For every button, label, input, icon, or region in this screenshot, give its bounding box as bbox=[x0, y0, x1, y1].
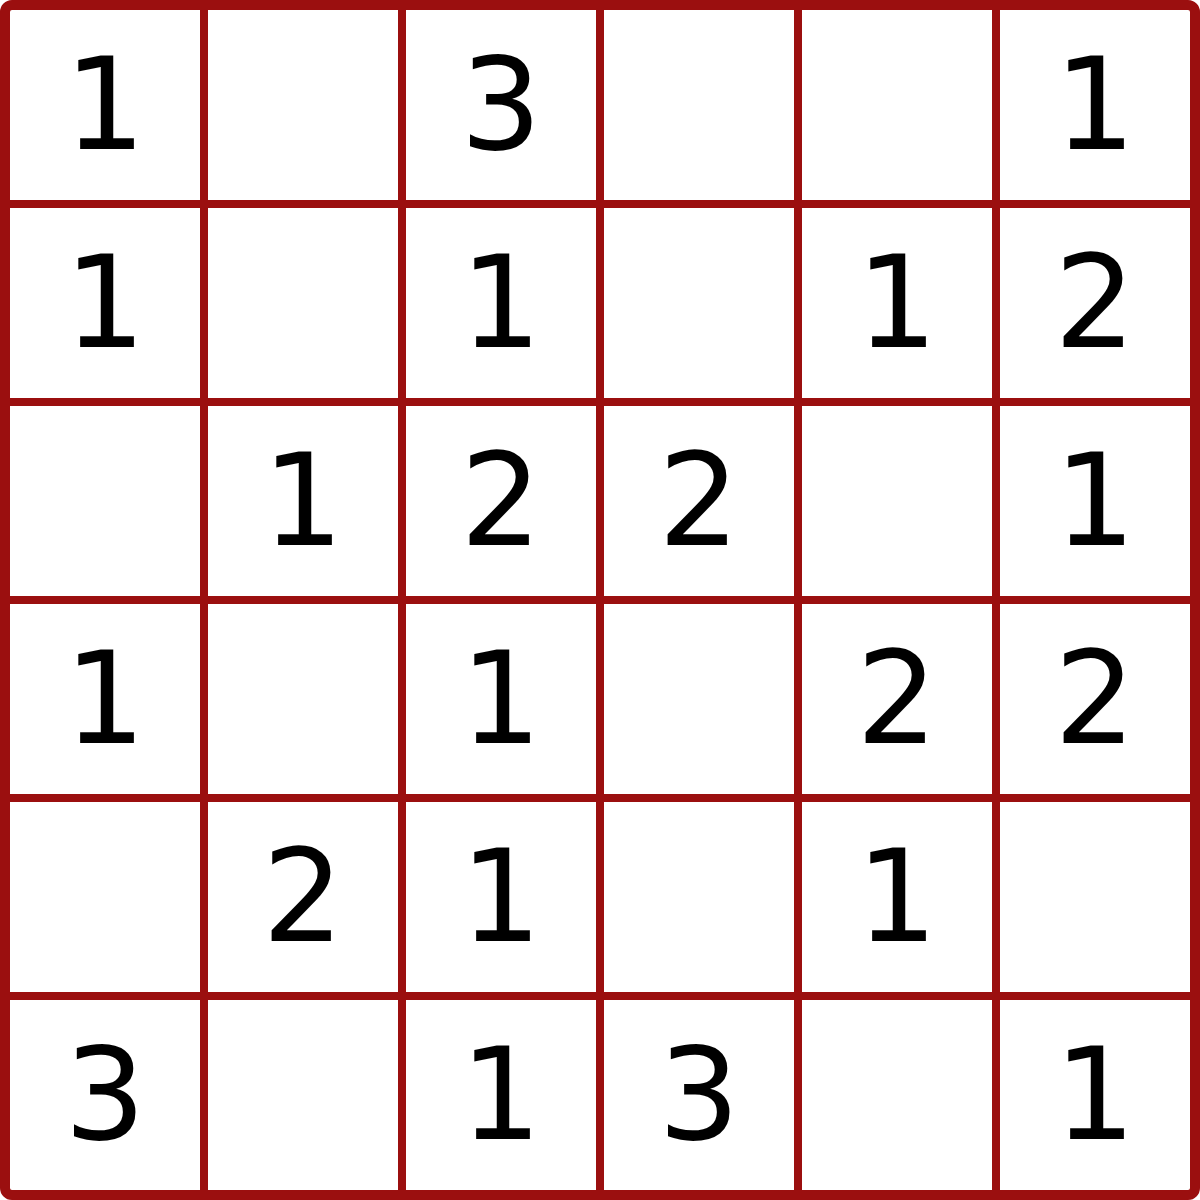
clue-number: 3 bbox=[460, 41, 541, 169]
grid-cell-r6c2[interactable] bbox=[208, 1000, 398, 1190]
clue-number: 1 bbox=[64, 635, 145, 763]
clue-number: 1 bbox=[856, 833, 937, 961]
grid-cell-r3c6[interactable]: 1 bbox=[1000, 406, 1190, 596]
clue-number: 2 bbox=[460, 437, 541, 565]
grid-cell-r5c2[interactable]: 2 bbox=[208, 802, 398, 992]
grid-cell-r1c2[interactable] bbox=[208, 10, 398, 200]
grid-cell-r6c4[interactable]: 3 bbox=[604, 1000, 794, 1190]
grid-cell-r6c1[interactable]: 3 bbox=[10, 1000, 200, 1190]
clue-number: 1 bbox=[64, 239, 145, 367]
grid-cell-r3c1[interactable] bbox=[10, 406, 200, 596]
grid-cell-r2c1[interactable]: 1 bbox=[10, 208, 200, 398]
grid-cell-r4c3[interactable]: 1 bbox=[406, 604, 596, 794]
grid-cell-r1c4[interactable] bbox=[604, 10, 794, 200]
clue-number: 1 bbox=[460, 1031, 541, 1159]
clue-number: 2 bbox=[658, 437, 739, 565]
grid-cell-r2c6[interactable]: 2 bbox=[1000, 208, 1190, 398]
grid-cell-r3c4[interactable]: 2 bbox=[604, 406, 794, 596]
grid-cell-r5c3[interactable]: 1 bbox=[406, 802, 596, 992]
clue-number: 2 bbox=[1054, 635, 1135, 763]
grid-cell-r6c5[interactable] bbox=[802, 1000, 992, 1190]
grid-cell-r5c5[interactable]: 1 bbox=[802, 802, 992, 992]
clue-number: 1 bbox=[262, 437, 343, 565]
grid-cell-r6c3[interactable]: 1 bbox=[406, 1000, 596, 1190]
clue-number: 2 bbox=[262, 833, 343, 961]
grid-cell-r5c1[interactable] bbox=[10, 802, 200, 992]
clue-number: 2 bbox=[856, 635, 937, 763]
grid-cell-r4c5[interactable]: 2 bbox=[802, 604, 992, 794]
clue-number: 1 bbox=[1054, 41, 1135, 169]
clue-number: 1 bbox=[1054, 437, 1135, 565]
grid-cell-r2c3[interactable]: 1 bbox=[406, 208, 596, 398]
clue-number: 1 bbox=[856, 239, 937, 367]
grid-cell-r2c5[interactable]: 1 bbox=[802, 208, 992, 398]
grid-cell-r4c1[interactable]: 1 bbox=[10, 604, 200, 794]
grid-cell-r1c5[interactable] bbox=[802, 10, 992, 200]
clue-number: 1 bbox=[64, 41, 145, 169]
grid-cell-r2c2[interactable] bbox=[208, 208, 398, 398]
grid-cell-r6c6[interactable]: 1 bbox=[1000, 1000, 1190, 1190]
clue-number: 1 bbox=[460, 635, 541, 763]
clue-number: 2 bbox=[1054, 239, 1135, 367]
grid-cell-r4c2[interactable] bbox=[208, 604, 398, 794]
puzzle-board: 1311112122111222113131 bbox=[0, 0, 1200, 1200]
grid-cell-r3c2[interactable]: 1 bbox=[208, 406, 398, 596]
clue-number: 1 bbox=[1054, 1031, 1135, 1159]
grid-cell-r1c3[interactable]: 3 bbox=[406, 10, 596, 200]
grid-cell-r4c4[interactable] bbox=[604, 604, 794, 794]
clue-number: 1 bbox=[460, 239, 541, 367]
grid-cell-r1c6[interactable]: 1 bbox=[1000, 10, 1190, 200]
clue-number: 3 bbox=[64, 1031, 145, 1159]
clue-number: 1 bbox=[460, 833, 541, 961]
grid-cell-r4c6[interactable]: 2 bbox=[1000, 604, 1190, 794]
clue-number: 3 bbox=[658, 1031, 739, 1159]
grid-cell-r3c3[interactable]: 2 bbox=[406, 406, 596, 596]
grid-cell-r2c4[interactable] bbox=[604, 208, 794, 398]
grid-cell-r5c6[interactable] bbox=[1000, 802, 1190, 992]
grid-cell-r1c1[interactable]: 1 bbox=[10, 10, 200, 200]
grid-cell-r3c5[interactable] bbox=[802, 406, 992, 596]
grid-cell-r5c4[interactable] bbox=[604, 802, 794, 992]
